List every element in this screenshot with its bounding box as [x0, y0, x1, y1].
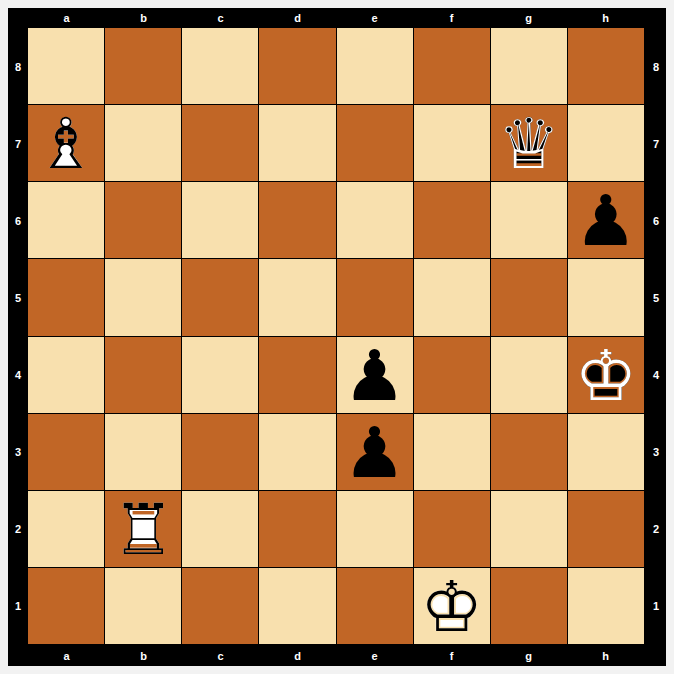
square-e3[interactable]: ♟	[337, 414, 413, 490]
square-b4[interactable]	[105, 337, 181, 413]
square-b1[interactable]	[105, 568, 181, 644]
square-f7[interactable]	[414, 105, 490, 181]
square-b6[interactable]	[105, 182, 181, 258]
square-h3[interactable]	[568, 414, 644, 490]
square-h2[interactable]	[568, 491, 644, 567]
rank-label-1-left: 1	[8, 567, 28, 644]
square-g3[interactable]	[491, 414, 567, 490]
rank-label-3-right: 3	[646, 413, 666, 490]
square-f3[interactable]	[414, 414, 490, 490]
square-a1[interactable]	[28, 568, 104, 644]
square-d1[interactable]	[259, 568, 335, 644]
square-a8[interactable]	[28, 28, 104, 104]
file-label-b-bottom: b	[105, 646, 182, 666]
square-f2[interactable]	[414, 491, 490, 567]
rank-label-7-left: 7	[8, 105, 28, 182]
square-c6[interactable]	[182, 182, 258, 258]
square-b8[interactable]	[105, 28, 181, 104]
square-g6[interactable]	[491, 182, 567, 258]
square-a7[interactable]: ♝♗	[28, 105, 104, 181]
rank-label-8-right: 8	[646, 28, 666, 105]
file-label-e-bottom: e	[336, 646, 413, 666]
square-b2[interactable]: ♜♖	[105, 491, 181, 567]
rank-labels-right: 87654321	[646, 28, 666, 644]
square-g5[interactable]	[491, 259, 567, 335]
square-h1[interactable]	[568, 568, 644, 644]
square-f4[interactable]	[414, 337, 490, 413]
pawn-glyph: ♟	[337, 415, 413, 491]
square-a6[interactable]	[28, 182, 104, 258]
square-d7[interactable]	[259, 105, 335, 181]
square-e2[interactable]	[337, 491, 413, 567]
square-b3[interactable]	[105, 414, 181, 490]
chessboard-frame: abcdefgh abcdefgh 87654321 87654321 ♝♗♛♕…	[8, 8, 666, 666]
file-label-c-top: c	[182, 8, 259, 28]
file-label-b-top: b	[105, 8, 182, 28]
square-c1[interactable]	[182, 568, 258, 644]
square-g8[interactable]	[491, 28, 567, 104]
square-d5[interactable]	[259, 259, 335, 335]
square-a4[interactable]	[28, 337, 104, 413]
black-pawn[interactable]: ♟	[568, 182, 644, 258]
file-label-c-bottom: c	[182, 646, 259, 666]
square-h5[interactable]	[568, 259, 644, 335]
file-labels-bottom: abcdefgh	[28, 646, 644, 666]
rank-label-7-right: 7	[646, 105, 666, 182]
black-queen[interactable]: ♛♕	[491, 105, 567, 181]
square-c3[interactable]	[182, 414, 258, 490]
square-d6[interactable]	[259, 182, 335, 258]
file-label-d-bottom: d	[259, 646, 336, 666]
rank-label-6-right: 6	[646, 182, 666, 259]
rank-label-1-right: 1	[646, 567, 666, 644]
square-h8[interactable]	[568, 28, 644, 104]
file-label-a-top: a	[28, 8, 105, 28]
bishop-glyph-outline: ♗	[28, 106, 104, 182]
square-a5[interactable]	[28, 259, 104, 335]
square-f8[interactable]	[414, 28, 490, 104]
pawn-glyph: ♟	[568, 183, 644, 259]
square-c7[interactable]	[182, 105, 258, 181]
square-c8[interactable]	[182, 28, 258, 104]
square-h4[interactable]: ♚♔	[568, 337, 644, 413]
square-e6[interactable]	[337, 182, 413, 258]
square-a2[interactable]	[28, 491, 104, 567]
king-glyph-outline: ♔	[414, 569, 490, 645]
square-f6[interactable]	[414, 182, 490, 258]
square-e5[interactable]	[337, 259, 413, 335]
file-label-g-top: g	[490, 8, 567, 28]
rook-glyph-outline: ♖	[105, 492, 181, 568]
file-label-g-bottom: g	[490, 646, 567, 666]
rank-label-2-right: 2	[646, 490, 666, 567]
rank-label-4-left: 4	[8, 336, 28, 413]
file-labels-top: abcdefgh	[28, 8, 644, 28]
queen-glyph-detail: ♕	[491, 106, 567, 182]
rank-label-6-left: 6	[8, 182, 28, 259]
file-label-f-bottom: f	[413, 646, 490, 666]
file-label-h-top: h	[567, 8, 644, 28]
square-g7[interactable]: ♛♕	[491, 105, 567, 181]
square-b7[interactable]	[105, 105, 181, 181]
square-h6[interactable]: ♟	[568, 182, 644, 258]
pawn-glyph: ♟	[337, 338, 413, 414]
black-pawn[interactable]: ♟	[337, 337, 413, 413]
file-label-e-top: e	[336, 8, 413, 28]
square-g1[interactable]	[491, 568, 567, 644]
rank-labels-left: 87654321	[8, 28, 28, 644]
square-d3[interactable]	[259, 414, 335, 490]
rank-label-3-left: 3	[8, 413, 28, 490]
square-c5[interactable]	[182, 259, 258, 335]
black-king[interactable]: ♚♔	[568, 337, 644, 413]
square-f5[interactable]	[414, 259, 490, 335]
square-g4[interactable]	[491, 337, 567, 413]
square-d4[interactable]	[259, 337, 335, 413]
square-e7[interactable]	[337, 105, 413, 181]
square-c2[interactable]	[182, 491, 258, 567]
rank-label-4-right: 4	[646, 336, 666, 413]
black-pawn[interactable]: ♟	[337, 414, 413, 490]
square-f1[interactable]: ♚♔	[414, 568, 490, 644]
chessboard: ♝♗♛♕♟♟♚♔♟♜♖♚♔	[28, 28, 644, 644]
file-label-f-top: f	[413, 8, 490, 28]
white-rook[interactable]: ♜♖	[105, 491, 181, 567]
square-e8[interactable]	[337, 28, 413, 104]
rank-label-2-left: 2	[8, 490, 28, 567]
square-a3[interactable]	[28, 414, 104, 490]
white-bishop[interactable]: ♝♗	[28, 105, 104, 181]
square-c4[interactable]	[182, 337, 258, 413]
square-d8[interactable]	[259, 28, 335, 104]
square-e4[interactable]: ♟	[337, 337, 413, 413]
square-h7[interactable]	[568, 105, 644, 181]
square-b5[interactable]	[105, 259, 181, 335]
file-label-d-top: d	[259, 8, 336, 28]
square-g2[interactable]	[491, 491, 567, 567]
rank-label-5-right: 5	[646, 259, 666, 336]
file-label-a-bottom: a	[28, 646, 105, 666]
rank-label-8-left: 8	[8, 28, 28, 105]
square-d2[interactable]	[259, 491, 335, 567]
white-king[interactable]: ♚♔	[414, 568, 490, 644]
square-e1[interactable]	[337, 568, 413, 644]
rank-label-5-left: 5	[8, 259, 28, 336]
file-label-h-bottom: h	[567, 646, 644, 666]
king-glyph-detail: ♔	[568, 338, 644, 414]
